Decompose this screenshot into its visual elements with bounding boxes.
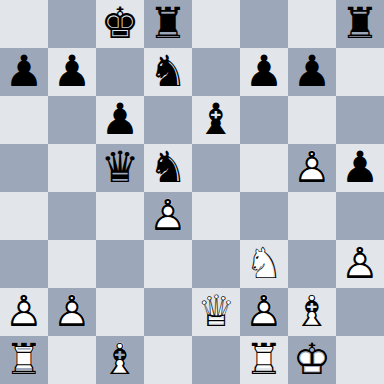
white-queen: ♛♕: [192, 288, 240, 336]
square-e4[interactable]: [192, 192, 240, 240]
black-rook-glyph: ♜: [336, 0, 384, 48]
white-king: ♚♔: [288, 336, 336, 384]
square-b3[interactable]: [48, 240, 96, 288]
black-knight-glyph: ♞: [144, 48, 192, 96]
square-d4[interactable]: ♟♙: [144, 192, 192, 240]
square-b4[interactable]: [48, 192, 96, 240]
square-h4[interactable]: [336, 192, 384, 240]
square-g8[interactable]: [288, 0, 336, 48]
square-c2[interactable]: [96, 288, 144, 336]
white-rook-outline: ♖: [0, 336, 48, 384]
square-d3[interactable]: [144, 240, 192, 288]
white-pawn: ♟♙: [336, 240, 384, 288]
white-pawn-outline: ♙: [240, 288, 288, 336]
white-pawn: ♟♙: [48, 288, 96, 336]
square-h2[interactable]: [336, 288, 384, 336]
square-a7[interactable]: ♟: [0, 48, 48, 96]
square-e1[interactable]: [192, 336, 240, 384]
square-b2[interactable]: ♟♙: [48, 288, 96, 336]
square-d8[interactable]: ♜: [144, 0, 192, 48]
square-d2[interactable]: [144, 288, 192, 336]
square-f3[interactable]: ♞♘: [240, 240, 288, 288]
black-knight-glyph: ♞: [144, 144, 192, 192]
square-g4[interactable]: [288, 192, 336, 240]
black-pawn-glyph: ♟: [336, 144, 384, 192]
square-f2[interactable]: ♟♙: [240, 288, 288, 336]
square-d6[interactable]: [144, 96, 192, 144]
black-pawn: ♟: [336, 144, 384, 192]
black-pawn-glyph: ♟: [96, 96, 144, 144]
square-e3[interactable]: [192, 240, 240, 288]
black-queen-glyph: ♛: [96, 144, 144, 192]
square-h8[interactable]: ♜: [336, 0, 384, 48]
square-f4[interactable]: [240, 192, 288, 240]
square-f8[interactable]: [240, 0, 288, 48]
square-b1[interactable]: [48, 336, 96, 384]
black-pawn: ♟: [48, 48, 96, 96]
black-rook-glyph: ♜: [144, 0, 192, 48]
square-b5[interactable]: [48, 144, 96, 192]
white-pawn: ♟♙: [144, 192, 192, 240]
black-king: ♚: [96, 0, 144, 48]
black-knight: ♞: [144, 144, 192, 192]
square-h5[interactable]: ♟: [336, 144, 384, 192]
white-pawn: ♟♙: [0, 288, 48, 336]
black-pawn-glyph: ♟: [288, 48, 336, 96]
black-bishop: ♝: [192, 96, 240, 144]
white-bishop-outline: ♗: [288, 288, 336, 336]
square-g6[interactable]: [288, 96, 336, 144]
square-b6[interactable]: [48, 96, 96, 144]
square-a1[interactable]: ♜♖: [0, 336, 48, 384]
square-a5[interactable]: [0, 144, 48, 192]
square-h3[interactable]: ♟♙: [336, 240, 384, 288]
square-c5[interactable]: ♛: [96, 144, 144, 192]
square-e6[interactable]: ♝: [192, 96, 240, 144]
square-d7[interactable]: ♞: [144, 48, 192, 96]
square-c7[interactable]: [96, 48, 144, 96]
square-a4[interactable]: [0, 192, 48, 240]
chess-board: ♚♜♜♟♟♞♟♟♟♝♛♞♟♙♟♟♙♞♘♟♙♟♙♟♙♛♕♟♙♝♗♜♖♝♗♜♖♚♔: [0, 0, 384, 384]
black-pawn: ♟: [96, 96, 144, 144]
white-knight: ♞♘: [240, 240, 288, 288]
white-pawn: ♟♙: [240, 288, 288, 336]
square-b8[interactable]: [48, 0, 96, 48]
white-bishop: ♝♗: [288, 288, 336, 336]
white-queen-outline: ♕: [192, 288, 240, 336]
square-g7[interactable]: ♟: [288, 48, 336, 96]
square-a6[interactable]: [0, 96, 48, 144]
square-c4[interactable]: [96, 192, 144, 240]
square-a2[interactable]: ♟♙: [0, 288, 48, 336]
square-g3[interactable]: [288, 240, 336, 288]
square-a3[interactable]: [0, 240, 48, 288]
black-pawn-glyph: ♟: [48, 48, 96, 96]
black-pawn: ♟: [0, 48, 48, 96]
square-f1[interactable]: ♜♖: [240, 336, 288, 384]
white-rook: ♜♖: [0, 336, 48, 384]
square-c8[interactable]: ♚: [96, 0, 144, 48]
square-e5[interactable]: [192, 144, 240, 192]
white-bishop-outline: ♗: [96, 336, 144, 384]
white-knight-outline: ♘: [240, 240, 288, 288]
square-e2[interactable]: ♛♕: [192, 288, 240, 336]
square-f7[interactable]: ♟: [240, 48, 288, 96]
square-f6[interactable]: [240, 96, 288, 144]
white-rook: ♜♖: [240, 336, 288, 384]
white-rook-outline: ♖: [240, 336, 288, 384]
square-g5[interactable]: ♟♙: [288, 144, 336, 192]
square-c6[interactable]: ♟: [96, 96, 144, 144]
black-king-glyph: ♚: [96, 0, 144, 48]
square-d5[interactable]: ♞: [144, 144, 192, 192]
black-pawn-glyph: ♟: [0, 48, 48, 96]
white-pawn-outline: ♙: [288, 144, 336, 192]
black-queen: ♛: [96, 144, 144, 192]
square-h1[interactable]: [336, 336, 384, 384]
white-pawn-outline: ♙: [144, 192, 192, 240]
square-c1[interactable]: ♝♗: [96, 336, 144, 384]
square-g2[interactable]: ♝♗: [288, 288, 336, 336]
square-e8[interactable]: [192, 0, 240, 48]
black-rook: ♜: [144, 0, 192, 48]
black-pawn-glyph: ♟: [240, 48, 288, 96]
white-pawn-outline: ♙: [0, 288, 48, 336]
white-bishop: ♝♗: [96, 336, 144, 384]
square-c3[interactable]: [96, 240, 144, 288]
black-rook: ♜: [336, 0, 384, 48]
square-d1[interactable]: [144, 336, 192, 384]
square-a8[interactable]: [0, 0, 48, 48]
square-h6[interactable]: [336, 96, 384, 144]
black-pawn: ♟: [288, 48, 336, 96]
white-pawn: ♟♙: [288, 144, 336, 192]
square-b7[interactable]: ♟: [48, 48, 96, 96]
square-g1[interactable]: ♚♔: [288, 336, 336, 384]
white-pawn-outline: ♙: [336, 240, 384, 288]
black-bishop-glyph: ♝: [192, 96, 240, 144]
white-king-outline: ♔: [288, 336, 336, 384]
white-pawn-outline: ♙: [48, 288, 96, 336]
square-f5[interactable]: [240, 144, 288, 192]
black-knight: ♞: [144, 48, 192, 96]
square-e7[interactable]: [192, 48, 240, 96]
black-pawn: ♟: [240, 48, 288, 96]
square-h7[interactable]: [336, 48, 384, 96]
